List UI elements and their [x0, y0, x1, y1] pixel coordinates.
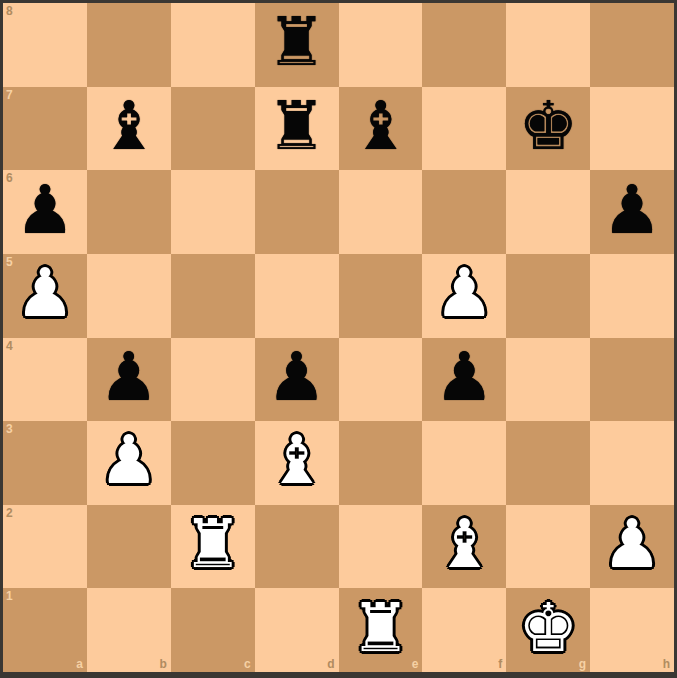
black-rook-piece[interactable]: ♜	[267, 87, 327, 168]
square-c8[interactable]	[171, 3, 255, 87]
white-pawn-piece[interactable]: ♟	[434, 254, 494, 335]
square-b3[interactable]: ♟	[87, 421, 171, 505]
square-a1[interactable]: 1a	[3, 588, 87, 672]
square-a2[interactable]: 2	[3, 505, 87, 589]
white-pawn-piece[interactable]: ♟	[15, 254, 75, 335]
square-a3[interactable]: 3	[3, 421, 87, 505]
black-king-piece[interactable]: ♚	[518, 87, 578, 168]
square-c6[interactable]	[171, 170, 255, 254]
rank-label-3: 3	[6, 423, 13, 435]
white-pawn-piece[interactable]: ♟	[602, 505, 662, 586]
black-bishop-piece[interactable]: ♝	[350, 87, 410, 168]
square-c7[interactable]	[171, 87, 255, 171]
file-label-h: h	[663, 658, 670, 670]
square-f4[interactable]: ♟	[422, 338, 506, 422]
square-h8[interactable]	[590, 3, 674, 87]
square-g1[interactable]: g♚	[506, 588, 590, 672]
file-label-d: d	[327, 658, 334, 670]
white-rook-piece[interactable]: ♜	[183, 505, 243, 586]
black-pawn-piece[interactable]: ♟	[434, 338, 494, 419]
black-pawn-piece[interactable]: ♟	[99, 338, 159, 419]
rank-label-6: 6	[6, 172, 13, 184]
square-c3[interactable]	[171, 421, 255, 505]
square-d3[interactable]: ♝	[255, 421, 339, 505]
square-h5[interactable]	[590, 254, 674, 338]
rank-label-4: 4	[6, 340, 13, 352]
square-g5[interactable]	[506, 254, 590, 338]
square-g2[interactable]	[506, 505, 590, 589]
file-label-c: c	[244, 658, 251, 670]
square-c2[interactable]: ♜	[171, 505, 255, 589]
rank-label-1: 1	[6, 590, 13, 602]
black-pawn-piece[interactable]: ♟	[267, 338, 327, 419]
square-f5[interactable]: ♟	[422, 254, 506, 338]
square-e5[interactable]	[339, 254, 423, 338]
square-g6[interactable]	[506, 170, 590, 254]
rank-label-2: 2	[6, 507, 13, 519]
square-e7[interactable]: ♝	[339, 87, 423, 171]
black-bishop-piece[interactable]: ♝	[99, 87, 159, 168]
square-d4[interactable]: ♟	[255, 338, 339, 422]
square-h1[interactable]: h	[590, 588, 674, 672]
square-f3[interactable]	[422, 421, 506, 505]
square-e6[interactable]	[339, 170, 423, 254]
square-d7[interactable]: ♜	[255, 87, 339, 171]
square-b1[interactable]: b	[87, 588, 171, 672]
square-f7[interactable]	[422, 87, 506, 171]
square-f1[interactable]: f	[422, 588, 506, 672]
square-d5[interactable]	[255, 254, 339, 338]
square-b8[interactable]	[87, 3, 171, 87]
square-b4[interactable]: ♟	[87, 338, 171, 422]
square-a5[interactable]: 5♟	[3, 254, 87, 338]
square-f8[interactable]	[422, 3, 506, 87]
square-c4[interactable]	[171, 338, 255, 422]
rank-label-7: 7	[6, 89, 13, 101]
square-h7[interactable]	[590, 87, 674, 171]
rank-label-8: 8	[6, 5, 13, 17]
square-e4[interactable]	[339, 338, 423, 422]
square-e3[interactable]	[339, 421, 423, 505]
file-label-a: a	[76, 658, 83, 670]
white-king-piece[interactable]: ♚	[518, 588, 578, 669]
square-g3[interactable]	[506, 421, 590, 505]
square-a6[interactable]: 6♟	[3, 170, 87, 254]
square-d1[interactable]: d	[255, 588, 339, 672]
black-rook-piece[interactable]: ♜	[267, 3, 327, 84]
square-h2[interactable]: ♟	[590, 505, 674, 589]
square-b7[interactable]: ♝	[87, 87, 171, 171]
square-e1[interactable]: e♜	[339, 588, 423, 672]
square-a7[interactable]: 7	[3, 87, 87, 171]
square-c1[interactable]: c	[171, 588, 255, 672]
square-e2[interactable]	[339, 505, 423, 589]
square-g8[interactable]	[506, 3, 590, 87]
square-d2[interactable]	[255, 505, 339, 589]
square-d8[interactable]: ♜	[255, 3, 339, 87]
file-label-b: b	[159, 658, 166, 670]
square-h3[interactable]	[590, 421, 674, 505]
square-h4[interactable]	[590, 338, 674, 422]
square-b5[interactable]	[87, 254, 171, 338]
white-rook-piece[interactable]: ♜	[350, 588, 410, 669]
white-bishop-piece[interactable]: ♝	[267, 421, 327, 502]
black-pawn-piece[interactable]: ♟	[602, 170, 662, 251]
file-label-e: e	[412, 658, 419, 670]
square-a8[interactable]: 8	[3, 3, 87, 87]
square-h6[interactable]: ♟	[590, 170, 674, 254]
file-label-f: f	[498, 658, 502, 670]
square-b2[interactable]	[87, 505, 171, 589]
square-g7[interactable]: ♚	[506, 87, 590, 171]
square-d6[interactable]	[255, 170, 339, 254]
file-label-g: g	[579, 658, 586, 670]
square-f2[interactable]: ♝	[422, 505, 506, 589]
square-a4[interactable]: 4	[3, 338, 87, 422]
square-f6[interactable]	[422, 170, 506, 254]
white-pawn-piece[interactable]: ♟	[99, 421, 159, 502]
square-e8[interactable]	[339, 3, 423, 87]
rank-label-5: 5	[6, 256, 13, 268]
square-g4[interactable]	[506, 338, 590, 422]
white-bishop-piece[interactable]: ♝	[434, 505, 494, 586]
black-pawn-piece[interactable]: ♟	[15, 170, 75, 251]
square-b6[interactable]	[87, 170, 171, 254]
square-c5[interactable]	[171, 254, 255, 338]
chess-board: 8♜7♝♜♝♚6♟♟5♟♟4♟♟♟3♟♝2♜♝♟1abcde♜fg♚h	[0, 0, 677, 678]
